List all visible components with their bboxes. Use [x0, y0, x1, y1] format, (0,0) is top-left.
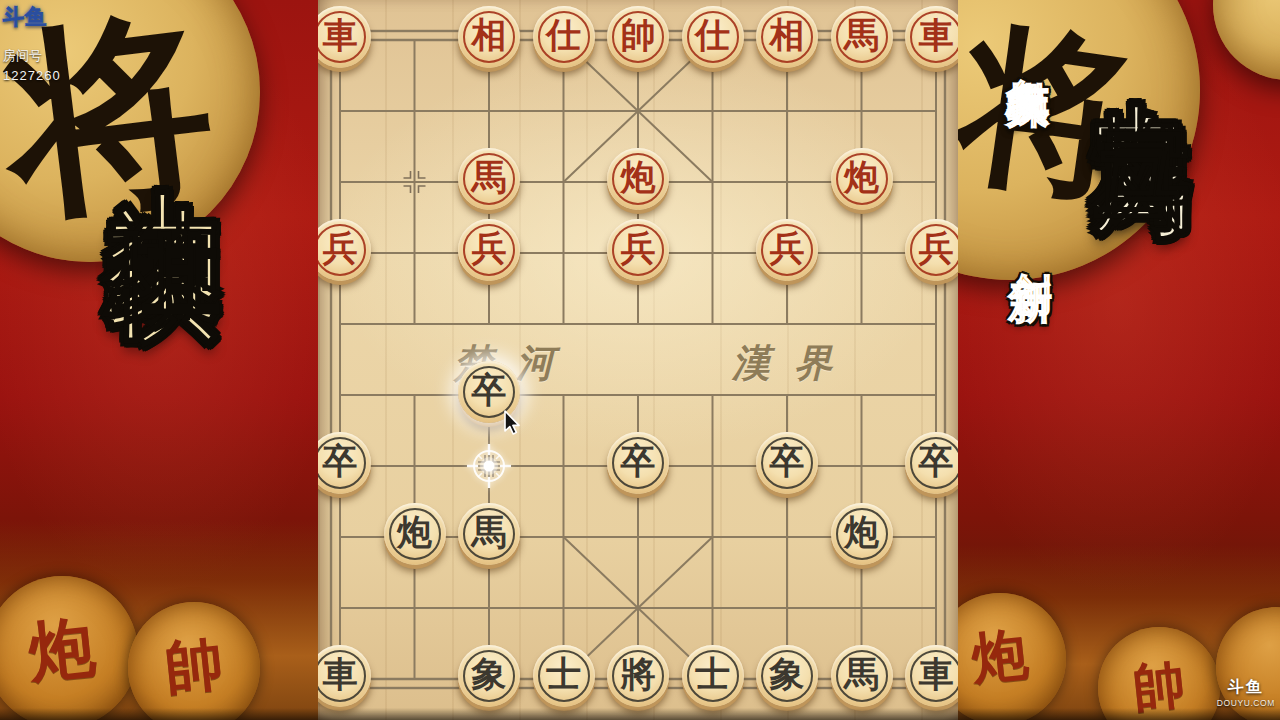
piece-glyph: 帥 [621, 12, 656, 59]
left-banner-photo: 炮 帥 [0, 520, 318, 720]
douyu-logo-topleft: 斗鱼 房间号 1227260 [3, 3, 61, 83]
piece-glyph: 馬 [472, 509, 507, 556]
piece-red-兵-f0r3[interactable]: 兵 [318, 219, 371, 281]
piece-black-士-f5r9[interactable]: 士 [682, 645, 744, 707]
stream-frame: 将 炮 帥 大神象棋 斗鱼 房间号 1227260 楚河 漢界 車相仕帥仕相馬車… [0, 0, 1280, 720]
piece-glyph: 象 [472, 651, 507, 698]
piece-glyph: 兵 [919, 225, 954, 272]
room-number-value: 1227260 [3, 68, 61, 83]
piece-red-車-f8r0[interactable]: 車 [905, 6, 958, 68]
piece-black-炮-f7r7[interactable]: 炮 [831, 503, 893, 565]
decor-piece-shuai-right: 帥 [1098, 627, 1220, 720]
piece-black-象-f6r9[interactable]: 象 [756, 645, 818, 707]
piece-glyph: 炮 [621, 154, 656, 201]
piece-glyph: 車 [323, 12, 358, 59]
piece-glyph: 將 [621, 651, 656, 698]
piece-red-炮-f7r2[interactable]: 炮 [831, 148, 893, 210]
piece-black-象-f2r9[interactable]: 象 [458, 645, 520, 707]
piece-glyph: 相 [472, 12, 507, 59]
decor-piece-pao-left: 炮 [0, 576, 138, 720]
piece-glyph: 士 [546, 651, 581, 698]
piece-black-卒-f6r6[interactable]: 卒 [756, 432, 818, 494]
room-number-label: 房间号 [3, 47, 61, 65]
piece-red-相-f2r0[interactable]: 相 [458, 6, 520, 68]
piece-glyph: 車 [323, 651, 358, 698]
mouse-cursor [503, 410, 523, 438]
douyu-domain-text: DOUYU.COM [1217, 698, 1275, 708]
piece-red-相-f6r0[interactable]: 相 [756, 6, 818, 68]
douyu-logo-bottomright: 斗鱼 DOUYU.COM [1217, 677, 1275, 708]
piece-glyph: 卒 [919, 438, 954, 485]
piece-glyph: 卒 [621, 438, 656, 485]
left-banner: 将 炮 帥 大神象棋 斗鱼 房间号 1227260 [0, 0, 318, 720]
piece-glyph: 兵 [323, 225, 358, 272]
douyu-wordmark-icon: 斗鱼 [3, 3, 61, 31]
piece-glyph: 炮 [844, 509, 879, 556]
move-origin-marker [466, 443, 512, 489]
piece-black-車-f8r9[interactable]: 車 [905, 645, 958, 707]
piece-red-兵-f2r3[interactable]: 兵 [458, 219, 520, 281]
right-banner: 将 炮 帥 象棋大师 创新 中炮对屏风马 斗鱼 DOUYU.COM [958, 0, 1280, 720]
piece-red-仕-f5r0[interactable]: 仕 [682, 6, 744, 68]
piece-black-炮-f1r7[interactable]: 炮 [384, 503, 446, 565]
piece-glyph: 馬 [844, 651, 879, 698]
piece-black-卒-f4r6[interactable]: 卒 [607, 432, 669, 494]
piece-red-車-f0r0[interactable]: 車 [318, 6, 371, 68]
piece-glyph: 馬 [844, 12, 879, 59]
piece-glyph: 車 [919, 651, 954, 698]
piece-black-卒-f8r6[interactable]: 卒 [905, 432, 958, 494]
right-banner-subtitle: 象棋大师 [1007, 44, 1050, 56]
piece-glyph: 炮 [844, 154, 879, 201]
piece-glyph: 炮 [397, 509, 432, 556]
piece-red-馬-f7r0[interactable]: 馬 [831, 6, 893, 68]
piece-black-馬-f7r9[interactable]: 馬 [831, 645, 893, 707]
piece-red-兵-f4r3[interactable]: 兵 [607, 219, 669, 281]
douyu-wordmark-icon: 斗鱼 [1217, 677, 1275, 698]
piece-glyph: 仕 [546, 12, 581, 59]
piece-black-將-f4r9[interactable]: 將 [607, 645, 669, 707]
piece-glyph: 仕 [695, 12, 730, 59]
piece-glyph: 兵 [621, 225, 656, 272]
piece-glyph: 馬 [472, 154, 507, 201]
left-banner-title: 大神象棋 [105, 94, 221, 150]
piece-glyph: 士 [695, 651, 730, 698]
piece-red-兵-f8r3[interactable]: 兵 [905, 219, 958, 281]
right-banner-subtitle-2: 创新 [1008, 238, 1052, 246]
xiangqi-board[interactable]: 楚河 漢界 車相仕帥仕相馬車馬炮炮兵兵兵兵兵卒卒卒卒卒炮馬炮車象士將士象馬車 [318, 0, 958, 720]
piece-red-仕-f3r0[interactable]: 仕 [533, 6, 595, 68]
piece-red-兵-f6r3[interactable]: 兵 [756, 219, 818, 281]
piece-red-炮-f4r2[interactable]: 炮 [607, 148, 669, 210]
decor-piece-shuai-left: 帥 [128, 602, 260, 720]
pieces-layer: 車相仕帥仕相馬車馬炮炮兵兵兵兵兵卒卒卒卒卒炮馬炮車象士將士象馬車 [318, 0, 958, 720]
piece-black-卒-f0r6[interactable]: 卒 [318, 432, 371, 494]
piece-black-士-f3r9[interactable]: 士 [533, 645, 595, 707]
piece-glyph: 象 [770, 651, 805, 698]
piece-glyph: 卒 [770, 438, 805, 485]
piece-glyph: 卒 [472, 367, 507, 414]
piece-black-車-f0r9[interactable]: 車 [318, 645, 371, 707]
piece-black-馬-f2r7[interactable]: 馬 [458, 503, 520, 565]
piece-glyph: 車 [919, 12, 954, 59]
piece-glyph: 兵 [472, 225, 507, 272]
piece-glyph: 兵 [770, 225, 805, 272]
decor-piece-pao-right: 炮 [958, 593, 1066, 720]
piece-glyph: 卒 [323, 438, 358, 485]
piece-red-馬-f2r2[interactable]: 馬 [458, 148, 520, 210]
piece-glyph: 相 [770, 12, 805, 59]
piece-red-帥-f4r0[interactable]: 帥 [607, 6, 669, 68]
right-banner-title: 中炮对屏风马 [1092, 22, 1190, 88]
